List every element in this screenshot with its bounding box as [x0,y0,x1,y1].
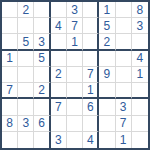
cell-r1c5[interactable]: 3 [67,2,83,18]
cell-r3c5[interactable]: 1 [67,34,83,50]
cell-r9c7[interactable] [99,132,115,148]
cell-r4c7[interactable] [99,51,115,67]
cell-r8c5[interactable] [67,116,83,132]
cell-r1c4[interactable] [51,2,67,18]
cell-r5c8[interactable] [116,67,132,83]
cell-r3c3[interactable]: 3 [34,34,50,50]
cell-r7c5[interactable] [67,99,83,115]
cell-r6c5[interactable] [67,83,83,99]
cell-r8c7[interactable] [99,116,115,132]
cell-r8c6[interactable] [83,116,99,132]
cell-r5c3[interactable] [34,67,50,83]
cell-r3c9[interactable] [132,34,148,50]
cell-r5c6[interactable]: 7 [83,67,99,83]
cell-r8c1[interactable]: 8 [2,116,18,132]
cell-r3c7[interactable]: 2 [99,34,115,50]
cell-r7c3[interactable] [34,99,50,115]
cell-r8c3[interactable]: 6 [34,116,50,132]
cell-r6c9[interactable] [132,83,148,99]
cell-r5c9[interactable]: 1 [132,67,148,83]
cell-r9c4[interactable]: 3 [51,132,67,148]
cell-r5c2[interactable] [18,67,34,83]
cell-r6c2[interactable] [18,83,34,99]
cell-r1c3[interactable] [34,2,50,18]
cell-r7c2[interactable] [18,99,34,115]
cell-r6c7[interactable] [99,83,115,99]
cell-r4c5[interactable] [67,51,83,67]
cell-r1c9[interactable]: 8 [132,2,148,18]
cell-r2c9[interactable]: 3 [132,18,148,34]
cell-r8c8[interactable]: 7 [116,116,132,132]
cell-r7c9[interactable] [132,99,148,115]
cell-r7c4[interactable]: 7 [51,99,67,115]
cell-r8c4[interactable] [51,116,67,132]
cell-r5c1[interactable] [2,67,18,83]
cell-r6c4[interactable] [51,83,67,99]
cell-r6c6[interactable]: 1 [83,83,99,99]
cell-r2c3[interactable] [34,18,50,34]
cell-r4c2[interactable] [18,51,34,67]
cell-r7c1[interactable] [2,99,18,115]
cell-r4c9[interactable]: 4 [132,51,148,67]
cell-r9c6[interactable]: 4 [83,132,99,148]
cell-r3c8[interactable] [116,34,132,50]
cell-r1c7[interactable]: 1 [99,2,115,18]
cell-r4c1[interactable]: 1 [2,51,18,67]
cell-r2c4[interactable]: 4 [51,18,67,34]
cell-r2c1[interactable] [2,18,18,34]
cell-r5c5[interactable] [67,67,83,83]
cell-r9c9[interactable] [132,132,148,148]
cell-r1c8[interactable] [116,2,132,18]
cell-r2c6[interactable] [83,18,99,34]
cell-r2c8[interactable] [116,18,132,34]
cell-r7c7[interactable] [99,99,115,115]
cell-r3c2[interactable]: 5 [18,34,34,50]
cell-r8c2[interactable]: 3 [18,116,34,132]
cell-r4c3[interactable]: 5 [34,51,50,67]
cell-r9c3[interactable] [34,132,50,148]
cell-r6c8[interactable] [116,83,132,99]
sudoku-board: 23184753531215427917217638367341 [0,0,150,150]
cell-r9c5[interactable] [67,132,83,148]
cell-r5c7[interactable]: 9 [99,67,115,83]
cell-r2c7[interactable]: 5 [99,18,115,34]
cell-r6c1[interactable]: 7 [2,83,18,99]
cell-r4c6[interactable] [83,51,99,67]
cell-r9c2[interactable] [18,132,34,148]
cell-r3c1[interactable] [2,34,18,50]
cell-r2c2[interactable] [18,18,34,34]
cell-r7c6[interactable]: 6 [83,99,99,115]
cell-r9c1[interactable] [2,132,18,148]
cell-r2c5[interactable]: 7 [67,18,83,34]
cell-r4c4[interactable] [51,51,67,67]
cell-r1c2[interactable]: 2 [18,2,34,18]
cell-r3c6[interactable] [83,34,99,50]
cell-r7c8[interactable]: 3 [116,99,132,115]
cell-r1c1[interactable] [2,2,18,18]
cell-r9c8[interactable]: 1 [116,132,132,148]
cell-r4c8[interactable] [116,51,132,67]
cell-r6c3[interactable]: 2 [34,83,50,99]
cell-r3c4[interactable] [51,34,67,50]
cell-r5c4[interactable]: 2 [51,67,67,83]
cell-r1c6[interactable] [83,2,99,18]
cell-r8c9[interactable] [132,116,148,132]
